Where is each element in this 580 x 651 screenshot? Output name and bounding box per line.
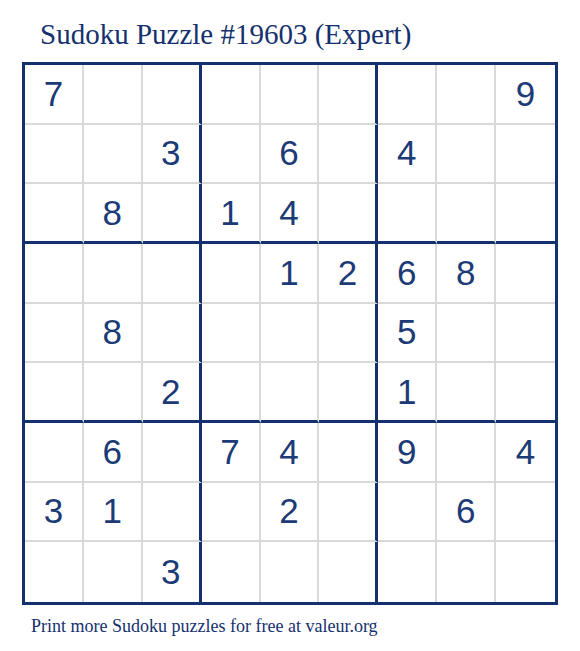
sudoku-cell-r5c8[interactable]: [437, 304, 496, 364]
sudoku-cell-r8c1[interactable]: 3: [25, 483, 84, 543]
sudoku-cell-r1c4[interactable]: [202, 65, 261, 125]
sudoku-cell-r4c9[interactable]: [496, 244, 555, 304]
sudoku-cell-r7c4[interactable]: 7: [202, 423, 261, 483]
sudoku-cell-r2c7[interactable]: 4: [378, 125, 437, 185]
sudoku-cell-r9c2[interactable]: [84, 542, 143, 602]
sudoku-cell-r8c6[interactable]: [319, 483, 378, 543]
sudoku-cell-r5c1[interactable]: [25, 304, 84, 364]
sudoku-cell-r8c9[interactable]: [496, 483, 555, 543]
sudoku-cell-r8c7[interactable]: [378, 483, 437, 543]
sudoku-cell-r3c6[interactable]: [319, 184, 378, 244]
sudoku-cell-r4c4[interactable]: [202, 244, 261, 304]
sudoku-cell-r3c8[interactable]: [437, 184, 496, 244]
sudoku-cell-r7c7[interactable]: 9: [378, 423, 437, 483]
sudoku-cell-r1c1[interactable]: 7: [25, 65, 84, 125]
sudoku-cell-r2c3[interactable]: 3: [143, 125, 202, 185]
sudoku-cell-r7c2[interactable]: 6: [84, 423, 143, 483]
sudoku-cell-r3c3[interactable]: [143, 184, 202, 244]
sudoku-cell-r6c1[interactable]: [25, 363, 84, 423]
sudoku-cell-r9c5[interactable]: [261, 542, 320, 602]
sudoku-cell-r5c5[interactable]: [261, 304, 320, 364]
sudoku-cell-r7c9[interactable]: 4: [496, 423, 555, 483]
sudoku-cell-r2c6[interactable]: [319, 125, 378, 185]
sudoku-cell-r6c7[interactable]: 1: [378, 363, 437, 423]
sudoku-cell-r3c9[interactable]: [496, 184, 555, 244]
sudoku-cell-r8c4[interactable]: [202, 483, 261, 543]
sudoku-cell-r6c5[interactable]: [261, 363, 320, 423]
sudoku-cell-r1c2[interactable]: [84, 65, 143, 125]
sudoku-cell-r2c8[interactable]: [437, 125, 496, 185]
sudoku-cell-r4c7[interactable]: 6: [378, 244, 437, 304]
sudoku-cell-r4c5[interactable]: 1: [261, 244, 320, 304]
sudoku-cell-r3c1[interactable]: [25, 184, 84, 244]
sudoku-cell-r5c9[interactable]: [496, 304, 555, 364]
sudoku-cell-r1c9[interactable]: 9: [496, 65, 555, 125]
sudoku-cell-r1c7[interactable]: [378, 65, 437, 125]
sudoku-cell-r9c6[interactable]: [319, 542, 378, 602]
sudoku-cell-r7c5[interactable]: 4: [261, 423, 320, 483]
sudoku-cell-r6c8[interactable]: [437, 363, 496, 423]
sudoku-cell-r3c2[interactable]: 8: [84, 184, 143, 244]
sudoku-cell-r8c8[interactable]: 6: [437, 483, 496, 543]
sudoku-cell-r6c3[interactable]: 2: [143, 363, 202, 423]
sudoku-cell-r4c8[interactable]: 8: [437, 244, 496, 304]
sudoku-cell-r6c2[interactable]: [84, 363, 143, 423]
sudoku-cell-r9c8[interactable]: [437, 542, 496, 602]
sudoku-cell-r4c3[interactable]: [143, 244, 202, 304]
sudoku-cell-r9c1[interactable]: [25, 542, 84, 602]
sudoku-cell-r4c2[interactable]: [84, 244, 143, 304]
sudoku-cell-r5c3[interactable]: [143, 304, 202, 364]
sudoku-cell-r3c5[interactable]: 4: [261, 184, 320, 244]
sudoku-cell-r2c5[interactable]: 6: [261, 125, 320, 185]
sudoku-page: Sudoku Puzzle #19603 (Expert) 7936481412…: [0, 0, 580, 651]
sudoku-cell-r5c2[interactable]: 8: [84, 304, 143, 364]
sudoku-cell-r1c8[interactable]: [437, 65, 496, 125]
sudoku-cell-r9c4[interactable]: [202, 542, 261, 602]
sudoku-cell-r7c1[interactable]: [25, 423, 84, 483]
sudoku-cell-r5c6[interactable]: [319, 304, 378, 364]
sudoku-cell-r5c7[interactable]: 5: [378, 304, 437, 364]
sudoku-cell-r9c3[interactable]: 3: [143, 542, 202, 602]
sudoku-board: 79364814126885216749431263: [22, 62, 558, 605]
sudoku-cell-r3c4[interactable]: 1: [202, 184, 261, 244]
sudoku-cell-r8c3[interactable]: [143, 483, 202, 543]
sudoku-cell-r7c8[interactable]: [437, 423, 496, 483]
sudoku-cell-r6c9[interactable]: [496, 363, 555, 423]
footer-text: Print more Sudoku puzzles for free at va…: [31, 616, 378, 637]
sudoku-cell-r2c4[interactable]: [202, 125, 261, 185]
sudoku-cell-r6c6[interactable]: [319, 363, 378, 423]
sudoku-cell-r6c4[interactable]: [202, 363, 261, 423]
sudoku-cell-r3c7[interactable]: [378, 184, 437, 244]
sudoku-cell-r5c4[interactable]: [202, 304, 261, 364]
sudoku-cell-r8c2[interactable]: 1: [84, 483, 143, 543]
sudoku-cell-r9c7[interactable]: [378, 542, 437, 602]
sudoku-cell-r2c1[interactable]: [25, 125, 84, 185]
sudoku-cell-r1c5[interactable]: [261, 65, 320, 125]
sudoku-cell-r4c6[interactable]: 2: [319, 244, 378, 304]
sudoku-cell-r7c3[interactable]: [143, 423, 202, 483]
sudoku-cell-r1c3[interactable]: [143, 65, 202, 125]
sudoku-cell-r2c2[interactable]: [84, 125, 143, 185]
sudoku-cell-r1c6[interactable]: [319, 65, 378, 125]
sudoku-cell-r9c9[interactable]: [496, 542, 555, 602]
sudoku-cell-r2c9[interactable]: [496, 125, 555, 185]
sudoku-cell-r4c1[interactable]: [25, 244, 84, 304]
sudoku-cell-r8c5[interactable]: 2: [261, 483, 320, 543]
page-title: Sudoku Puzzle #19603 (Expert): [40, 18, 411, 51]
sudoku-cell-r7c6[interactable]: [319, 423, 378, 483]
